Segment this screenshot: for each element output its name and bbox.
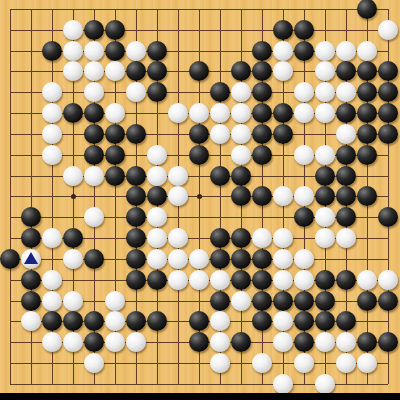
black-stone: [252, 186, 272, 206]
white-stone: [84, 82, 104, 102]
white-stone: [315, 228, 335, 248]
black-stone: [273, 124, 293, 144]
white-stone: [294, 145, 314, 165]
white-stone: [252, 228, 272, 248]
black-stone: [252, 270, 272, 290]
black-stone: [147, 61, 167, 81]
white-stone: [210, 124, 230, 144]
white-stone: [294, 103, 314, 123]
black-stone: [378, 291, 398, 311]
white-stone: [105, 311, 125, 331]
black-stone: [357, 103, 377, 123]
white-stone: [273, 311, 293, 331]
black-stone: [273, 103, 293, 123]
white-stone: [168, 103, 188, 123]
black-stone: [189, 61, 209, 81]
white-stone: [105, 103, 125, 123]
black-stone: [84, 103, 104, 123]
black-stone: [357, 186, 377, 206]
white-stone: [42, 124, 62, 144]
white-stone: [189, 103, 209, 123]
black-stone: [42, 41, 62, 61]
black-stone: [378, 82, 398, 102]
black-stone: [63, 103, 83, 123]
white-stone: [210, 103, 230, 123]
white-stone: [357, 41, 377, 61]
black-stone: [231, 228, 251, 248]
white-stone: [168, 166, 188, 186]
white-stone: [378, 270, 398, 290]
black-stone: [84, 311, 104, 331]
black-stone: [252, 311, 272, 331]
black-stone: [273, 20, 293, 40]
black-stone: [189, 145, 209, 165]
white-stone: [357, 270, 377, 290]
black-stone: [252, 145, 272, 165]
white-stone: [294, 249, 314, 269]
black-stone: [210, 82, 230, 102]
black-stone: [315, 166, 335, 186]
white-stone: [294, 82, 314, 102]
white-stone: [42, 82, 62, 102]
white-stone: [315, 82, 335, 102]
black-stone: [231, 61, 251, 81]
white-stone: [315, 61, 335, 81]
white-stone: [336, 228, 356, 248]
black-stone: [336, 61, 356, 81]
black-stone: [126, 270, 146, 290]
black-stone: [105, 124, 125, 144]
black-stone: [252, 249, 272, 269]
white-stone: [336, 353, 356, 373]
white-stone: [84, 207, 104, 227]
white-stone: [315, 145, 335, 165]
white-stone: [336, 82, 356, 102]
black-stone: [105, 20, 125, 40]
black-stone: [147, 82, 167, 102]
black-stone: [189, 124, 209, 144]
black-stone: [336, 207, 356, 227]
black-stone: [378, 61, 398, 81]
white-stone: [315, 374, 335, 394]
white-stone: [42, 270, 62, 290]
black-stone: [357, 145, 377, 165]
white-stone: [63, 61, 83, 81]
bottom-border-bar: [0, 393, 400, 400]
black-stone: [336, 186, 356, 206]
black-stone: [378, 332, 398, 352]
black-stone: [252, 61, 272, 81]
white-stone: [210, 270, 230, 290]
white-stone: [294, 270, 314, 290]
black-stone: [105, 166, 125, 186]
white-stone: [378, 20, 398, 40]
black-stone: [210, 228, 230, 248]
white-stone: [63, 249, 83, 269]
black-stone: [252, 291, 272, 311]
black-stone: [147, 311, 167, 331]
white-stone: [42, 103, 62, 123]
black-stone: [273, 291, 293, 311]
black-stone: [0, 249, 20, 269]
black-stone: [231, 166, 251, 186]
black-stone: [336, 103, 356, 123]
black-stone: [84, 20, 104, 40]
white-stone: [126, 41, 146, 61]
black-stone: [105, 145, 125, 165]
black-stone: [147, 186, 167, 206]
black-stone: [252, 41, 272, 61]
white-stone: [273, 61, 293, 81]
white-stone: [42, 332, 62, 352]
black-stone: [252, 103, 272, 123]
white-stone: [231, 124, 251, 144]
black-stone: [336, 145, 356, 165]
white-stone: [294, 353, 314, 373]
white-stone: [168, 186, 188, 206]
white-stone: [273, 186, 293, 206]
white-stone: [231, 145, 251, 165]
black-stone: [126, 61, 146, 81]
black-stone: [126, 166, 146, 186]
white-stone: [315, 103, 335, 123]
black-stone: [126, 249, 146, 269]
white-stone: [126, 332, 146, 352]
white-stone: [147, 145, 167, 165]
black-stone: [294, 20, 314, 40]
black-stone: [231, 186, 251, 206]
white-stone: [105, 61, 125, 81]
white-stone: [315, 41, 335, 61]
black-stone: [315, 270, 335, 290]
black-stone: [357, 124, 377, 144]
black-stone: [378, 207, 398, 227]
go-board[interactable]: [0, 0, 400, 400]
last-move-triangle-marker: [24, 252, 38, 264]
black-stone: [84, 332, 104, 352]
white-stone: [42, 291, 62, 311]
white-stone: [273, 228, 293, 248]
black-stone: [315, 186, 335, 206]
white-stone: [315, 332, 335, 352]
white-stone: [84, 166, 104, 186]
white-stone: [147, 207, 167, 227]
black-stone: [21, 228, 41, 248]
black-stone: [21, 291, 41, 311]
black-stone: [357, 291, 377, 311]
black-stone: [84, 145, 104, 165]
black-stone: [63, 311, 83, 331]
black-stone: [252, 124, 272, 144]
white-stone: [273, 332, 293, 352]
white-stone: [273, 374, 293, 394]
black-stone: [336, 166, 356, 186]
white-stone: [231, 291, 251, 311]
white-stone: [84, 353, 104, 373]
white-stone: [336, 124, 356, 144]
white-stone: [189, 270, 209, 290]
black-stone: [378, 124, 398, 144]
white-stone: [147, 166, 167, 186]
black-stone: [231, 332, 251, 352]
go-board-app: [0, 0, 400, 400]
black-stone: [357, 332, 377, 352]
black-stone: [84, 249, 104, 269]
black-stone: [294, 311, 314, 331]
white-stone: [168, 249, 188, 269]
white-stone: [63, 332, 83, 352]
white-stone: [273, 41, 293, 61]
black-stone: [84, 124, 104, 144]
black-stone: [336, 270, 356, 290]
white-stone: [147, 228, 167, 248]
black-stone: [315, 291, 335, 311]
white-stone: [105, 332, 125, 352]
white-stone: [21, 311, 41, 331]
star-point: [197, 194, 202, 199]
white-stone: [63, 41, 83, 61]
black-stone: [126, 311, 146, 331]
black-stone: [294, 41, 314, 61]
white-stone: [63, 166, 83, 186]
white-stone: [42, 145, 62, 165]
white-stone: [231, 82, 251, 102]
black-stone: [315, 311, 335, 331]
grid-line-horizontal: [10, 363, 388, 364]
black-stone: [231, 270, 251, 290]
black-stone: [210, 249, 230, 269]
white-stone: [84, 61, 104, 81]
white-stone: [84, 41, 104, 61]
black-stone: [21, 270, 41, 290]
white-stone: [231, 103, 251, 123]
white-stone: [210, 332, 230, 352]
black-stone: [294, 291, 314, 311]
black-stone: [357, 61, 377, 81]
white-stone: [336, 41, 356, 61]
black-stone: [378, 103, 398, 123]
black-stone: [126, 124, 146, 144]
white-stone: [189, 249, 209, 269]
white-stone: [63, 291, 83, 311]
black-stone: [294, 207, 314, 227]
white-stone: [105, 291, 125, 311]
white-stone: [210, 311, 230, 331]
white-stone: [147, 249, 167, 269]
white-stone: [126, 82, 146, 102]
black-stone: [210, 291, 230, 311]
black-stone: [294, 332, 314, 352]
black-stone: [357, 82, 377, 102]
black-stone: [105, 41, 125, 61]
white-stone: [273, 249, 293, 269]
black-stone: [42, 311, 62, 331]
black-stone: [147, 41, 167, 61]
black-stone: [210, 166, 230, 186]
black-stone: [189, 311, 209, 331]
black-stone: [126, 228, 146, 248]
white-stone: [168, 270, 188, 290]
black-stone: [147, 270, 167, 290]
black-stone: [63, 228, 83, 248]
black-stone: [126, 207, 146, 227]
white-stone: [63, 20, 83, 40]
black-stone: [357, 0, 377, 19]
white-stone: [42, 228, 62, 248]
white-stone: [210, 353, 230, 373]
black-stone: [252, 82, 272, 102]
star-point: [71, 194, 76, 199]
white-stone: [294, 186, 314, 206]
white-stone: [273, 270, 293, 290]
white-stone: [315, 207, 335, 227]
white-stone: [168, 228, 188, 248]
black-stone: [231, 249, 251, 269]
black-stone: [189, 332, 209, 352]
black-stone: [336, 311, 356, 331]
white-stone: [357, 353, 377, 373]
black-stone: [126, 186, 146, 206]
black-stone: [21, 207, 41, 227]
white-stone: [252, 353, 272, 373]
white-stone: [336, 332, 356, 352]
